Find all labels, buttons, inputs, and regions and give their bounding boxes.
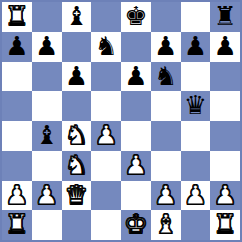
square-d4[interactable]: ♟ xyxy=(91,121,121,151)
piece-black-pawn[interactable]: ♟ xyxy=(124,62,147,92)
square-b7[interactable]: ♟ xyxy=(32,32,62,62)
square-a2[interactable]: ♟ xyxy=(2,181,32,211)
chess-board: ♜♝♚♜♟♟♞♟♟♟♟♟♞♛♝♞♟♞♟♟♟♛♟♟♟♜♚♝♜ xyxy=(0,0,242,242)
piece-white-king[interactable]: ♚ xyxy=(124,210,147,240)
square-c8[interactable]: ♝ xyxy=(62,2,92,32)
square-f7[interactable]: ♟ xyxy=(151,32,181,62)
square-d8[interactable] xyxy=(91,2,121,32)
square-f1[interactable]: ♝ xyxy=(151,210,181,240)
piece-black-queen[interactable]: ♛ xyxy=(184,91,207,121)
square-g8[interactable] xyxy=(181,2,211,32)
square-g2[interactable]: ♟ xyxy=(181,181,211,211)
square-c1[interactable] xyxy=(62,210,92,240)
square-h1[interactable]: ♜ xyxy=(210,210,240,240)
piece-white-rook[interactable]: ♜ xyxy=(5,210,28,240)
square-f8[interactable] xyxy=(151,2,181,32)
piece-white-rook[interactable]: ♜ xyxy=(213,210,236,240)
square-g6[interactable] xyxy=(181,62,211,92)
square-c4[interactable]: ♞ xyxy=(62,121,92,151)
square-c5[interactable] xyxy=(62,91,92,121)
piece-white-rook[interactable]: ♜ xyxy=(5,2,28,32)
square-e7[interactable] xyxy=(121,32,151,62)
square-h5[interactable] xyxy=(210,91,240,121)
piece-white-pawn[interactable]: ♟ xyxy=(35,181,58,211)
square-h2[interactable]: ♟ xyxy=(210,181,240,211)
square-f4[interactable] xyxy=(151,121,181,151)
piece-white-queen[interactable]: ♛ xyxy=(65,181,88,211)
square-d3[interactable] xyxy=(91,151,121,181)
piece-white-pawn[interactable]: ♟ xyxy=(184,181,207,211)
square-h7[interactable]: ♟ xyxy=(210,32,240,62)
piece-black-knight[interactable]: ♞ xyxy=(154,62,177,92)
piece-black-bishop[interactable]: ♝ xyxy=(35,121,58,151)
square-h3[interactable] xyxy=(210,151,240,181)
piece-white-pawn[interactable]: ♟ xyxy=(154,181,177,211)
square-a5[interactable] xyxy=(2,91,32,121)
square-c2[interactable]: ♛ xyxy=(62,181,92,211)
square-h6[interactable] xyxy=(210,62,240,92)
square-a4[interactable] xyxy=(2,121,32,151)
square-d6[interactable] xyxy=(91,62,121,92)
square-b3[interactable] xyxy=(32,151,62,181)
square-a6[interactable] xyxy=(2,62,32,92)
square-e3[interactable]: ♟ xyxy=(121,151,151,181)
piece-white-bishop[interactable]: ♝ xyxy=(154,210,177,240)
square-a7[interactable]: ♟ xyxy=(2,32,32,62)
square-b2[interactable]: ♟ xyxy=(32,181,62,211)
square-g1[interactable] xyxy=(181,210,211,240)
square-e6[interactable]: ♟ xyxy=(121,62,151,92)
square-e2[interactable] xyxy=(121,181,151,211)
piece-black-pawn[interactable]: ♟ xyxy=(154,32,177,62)
square-f5[interactable] xyxy=(151,91,181,121)
square-e4[interactable] xyxy=(121,121,151,151)
square-d1[interactable] xyxy=(91,210,121,240)
piece-black-pawn[interactable]: ♟ xyxy=(65,62,88,92)
square-c3[interactable]: ♞ xyxy=(62,151,92,181)
piece-white-pawn[interactable]: ♟ xyxy=(213,181,236,211)
piece-white-knight[interactable]: ♞ xyxy=(65,121,88,151)
square-d2[interactable] xyxy=(91,181,121,211)
piece-black-pawn[interactable]: ♟ xyxy=(35,32,58,62)
square-e5[interactable] xyxy=(121,91,151,121)
square-b6[interactable] xyxy=(32,62,62,92)
square-b1[interactable] xyxy=(32,210,62,240)
square-a3[interactable] xyxy=(2,151,32,181)
piece-black-rook[interactable]: ♜ xyxy=(213,2,236,32)
square-c6[interactable]: ♟ xyxy=(62,62,92,92)
piece-black-pawn[interactable]: ♟ xyxy=(5,32,28,62)
piece-black-pawn[interactable]: ♟ xyxy=(184,32,207,62)
piece-black-pawn[interactable]: ♟ xyxy=(213,32,236,62)
board-grid: ♜♝♚♜♟♟♞♟♟♟♟♟♞♛♝♞♟♞♟♟♟♛♟♟♟♜♚♝♜ xyxy=(2,2,240,240)
square-a1[interactable]: ♜ xyxy=(2,210,32,240)
square-h8[interactable]: ♜ xyxy=(210,2,240,32)
square-h4[interactable] xyxy=(210,121,240,151)
square-f6[interactable]: ♞ xyxy=(151,62,181,92)
square-e1[interactable]: ♚ xyxy=(121,210,151,240)
square-e8[interactable]: ♚ xyxy=(121,2,151,32)
piece-black-king[interactable]: ♚ xyxy=(124,2,147,32)
piece-white-pawn[interactable]: ♟ xyxy=(5,181,28,211)
square-d5[interactable] xyxy=(91,91,121,121)
piece-black-knight[interactable]: ♞ xyxy=(94,32,117,62)
square-b4[interactable]: ♝ xyxy=(32,121,62,151)
square-g5[interactable]: ♛ xyxy=(181,91,211,121)
square-b5[interactable] xyxy=(32,91,62,121)
piece-black-bishop[interactable]: ♝ xyxy=(65,2,88,32)
piece-white-knight[interactable]: ♞ xyxy=(65,151,88,181)
piece-white-pawn[interactable]: ♟ xyxy=(94,121,117,151)
square-d7[interactable]: ♞ xyxy=(91,32,121,62)
square-f2[interactable]: ♟ xyxy=(151,181,181,211)
square-g7[interactable]: ♟ xyxy=(181,32,211,62)
square-g3[interactable] xyxy=(181,151,211,181)
square-f3[interactable] xyxy=(151,151,181,181)
square-g4[interactable] xyxy=(181,121,211,151)
square-c7[interactable] xyxy=(62,32,92,62)
piece-white-pawn[interactable]: ♟ xyxy=(124,151,147,181)
square-a8[interactable]: ♜ xyxy=(2,2,32,32)
square-b8[interactable] xyxy=(32,2,62,32)
